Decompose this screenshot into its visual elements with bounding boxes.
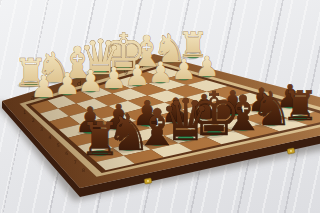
piece-black-rook[interactable]: ♜ bbox=[80, 113, 121, 166]
piece-white-pawn[interactable]: ♟ bbox=[78, 64, 104, 98]
piece-glyph: ♟ bbox=[78, 64, 104, 98]
piece-white-pawn[interactable]: ♟ bbox=[195, 51, 219, 82]
piece-white-pawn[interactable]: ♟ bbox=[101, 61, 127, 95]
chess-set-photo: hgfedcba12345678♜♞♝♚♛♟♝♟♞♟♜♟♟♟♟♟♟♟♟♟♜♟♞♟… bbox=[0, 0, 320, 213]
piece-white-pawn[interactable]: ♟ bbox=[124, 59, 150, 92]
piece-glyph: ♟ bbox=[148, 56, 173, 89]
piece-glyph: ♟ bbox=[124, 59, 150, 92]
piece-glyph: ♜ bbox=[80, 113, 121, 166]
piece-white-pawn[interactable]: ♟ bbox=[148, 56, 173, 89]
piece-glyph: ♟ bbox=[54, 67, 81, 101]
piece-white-pawn[interactable]: ♟ bbox=[54, 67, 81, 101]
scene: hgfedcba12345678♜♞♝♚♛♟♝♟♞♟♜♟♟♟♟♟♟♟♟♟♜♟♞♟… bbox=[0, 0, 320, 213]
piece-glyph: ♟ bbox=[31, 69, 58, 104]
brass-clasp-icon bbox=[287, 148, 295, 154]
piece-white-pawn[interactable]: ♟ bbox=[31, 69, 58, 104]
brass-clasp-icon bbox=[144, 178, 152, 184]
piece-glyph: ♟ bbox=[195, 51, 219, 82]
piece-glyph: ♟ bbox=[101, 61, 127, 95]
